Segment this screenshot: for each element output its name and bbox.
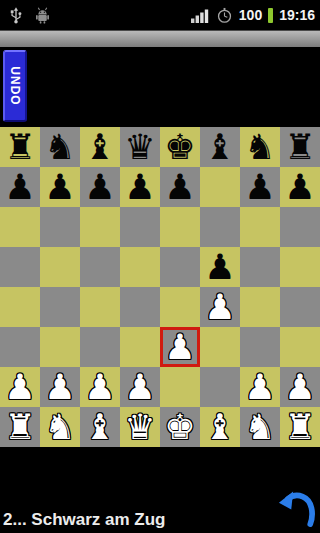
square-e4[interactable] — [160, 287, 200, 327]
piece-black-bishop: ♝ — [204, 130, 235, 165]
square-c1[interactable]: ♝ — [80, 407, 120, 447]
piece-white-pawn: ♟ — [124, 370, 155, 405]
square-b1[interactable]: ♞ — [40, 407, 80, 447]
alarm-clock-icon — [216, 7, 233, 24]
piece-black-rook: ♜ — [4, 130, 35, 165]
square-a8[interactable]: ♜ — [0, 127, 40, 167]
square-a3[interactable] — [0, 327, 40, 367]
square-f5[interactable]: ♟ — [200, 247, 240, 287]
square-e1[interactable]: ♚ — [160, 407, 200, 447]
android-debug-icon — [34, 7, 51, 24]
undo-arrow-head — [279, 491, 293, 509]
square-g2[interactable]: ♟ — [240, 367, 280, 407]
square-h5[interactable] — [280, 247, 320, 287]
square-a1[interactable]: ♜ — [0, 407, 40, 447]
piece-black-rook: ♜ — [284, 130, 315, 165]
piece-black-pawn: ♟ — [244, 170, 275, 205]
piece-white-knight: ♞ — [244, 410, 275, 445]
piece-black-bishop: ♝ — [84, 130, 115, 165]
piece-black-pawn: ♟ — [84, 170, 115, 205]
square-b6[interactable] — [40, 207, 80, 247]
piece-black-knight: ♞ — [244, 130, 275, 165]
square-a5[interactable] — [0, 247, 40, 287]
move-status-text: 2... Schwarz am Zug — [3, 510, 166, 530]
piece-black-king: ♚ — [164, 130, 195, 165]
battery-percent: 100 — [239, 0, 262, 30]
piece-white-pawn: ♟ — [244, 370, 275, 405]
square-c7[interactable]: ♟ — [80, 167, 120, 207]
piece-white-pawn: ♟ — [44, 370, 75, 405]
square-c3[interactable] — [80, 327, 120, 367]
piece-white-rook: ♜ — [4, 410, 35, 445]
chess-board: ♜♞♝♛♚♝♞♜♟♟♟♟♟♟♟♟♟♟♟♟♟♟♟♟♜♞♝♛♚♝♞♜ — [0, 127, 320, 447]
square-e3[interactable]: ♟ — [160, 327, 200, 367]
square-e8[interactable]: ♚ — [160, 127, 200, 167]
square-g4[interactable] — [240, 287, 280, 327]
square-h7[interactable]: ♟ — [280, 167, 320, 207]
square-e5[interactable] — [160, 247, 200, 287]
square-d4[interactable] — [120, 287, 160, 327]
piece-black-pawn: ♟ — [44, 170, 75, 205]
square-g8[interactable]: ♞ — [240, 127, 280, 167]
undo-button[interactable]: UNDO — [3, 50, 27, 122]
square-c4[interactable] — [80, 287, 120, 327]
piece-black-pawn: ♟ — [204, 250, 235, 285]
square-c5[interactable] — [80, 247, 120, 287]
square-b4[interactable] — [40, 287, 80, 327]
piece-white-queen: ♛ — [124, 410, 155, 445]
piece-black-pawn: ♟ — [124, 170, 155, 205]
square-a6[interactable] — [0, 207, 40, 247]
square-d8[interactable]: ♛ — [120, 127, 160, 167]
square-b7[interactable]: ♟ — [40, 167, 80, 207]
square-e6[interactable] — [160, 207, 200, 247]
square-d3[interactable] — [120, 327, 160, 367]
piece-white-pawn: ♟ — [284, 370, 315, 405]
undo-arrow-icon[interactable] — [276, 489, 316, 527]
square-d2[interactable]: ♟ — [120, 367, 160, 407]
square-g7[interactable]: ♟ — [240, 167, 280, 207]
square-a4[interactable] — [0, 287, 40, 327]
square-c2[interactable]: ♟ — [80, 367, 120, 407]
square-f2[interactable] — [200, 367, 240, 407]
piece-white-bishop: ♝ — [204, 410, 235, 445]
square-a2[interactable]: ♟ — [0, 367, 40, 407]
square-f3[interactable] — [200, 327, 240, 367]
square-h3[interactable] — [280, 327, 320, 367]
square-e2[interactable] — [160, 367, 200, 407]
square-h6[interactable] — [280, 207, 320, 247]
piece-white-knight: ♞ — [44, 410, 75, 445]
undo-button-label: UNDO — [8, 66, 22, 105]
piece-white-rook: ♜ — [284, 410, 315, 445]
square-b2[interactable]: ♟ — [40, 367, 80, 407]
signal-strength-icon — [191, 8, 210, 23]
square-h1[interactable]: ♜ — [280, 407, 320, 447]
square-h8[interactable]: ♜ — [280, 127, 320, 167]
square-g3[interactable] — [240, 327, 280, 367]
piece-white-pawn: ♟ — [4, 370, 35, 405]
usb-icon — [9, 6, 23, 25]
square-f8[interactable]: ♝ — [200, 127, 240, 167]
status-bar-right: 100 19:16 — [191, 0, 315, 30]
piece-white-king: ♚ — [164, 410, 195, 445]
square-c8[interactable]: ♝ — [80, 127, 120, 167]
square-h4[interactable] — [280, 287, 320, 327]
square-b5[interactable] — [40, 247, 80, 287]
piece-white-bishop: ♝ — [84, 410, 115, 445]
piece-white-pawn: ♟ — [204, 290, 235, 325]
square-e7[interactable]: ♟ — [160, 167, 200, 207]
square-c6[interactable] — [80, 207, 120, 247]
square-f7[interactable] — [200, 167, 240, 207]
clock-time: 19:16 — [279, 0, 315, 30]
square-f1[interactable]: ♝ — [200, 407, 240, 447]
square-b3[interactable] — [40, 327, 80, 367]
square-g5[interactable] — [240, 247, 280, 287]
piece-black-pawn: ♟ — [164, 170, 195, 205]
piece-white-pawn: ♟ — [164, 330, 195, 365]
piece-black-knight: ♞ — [44, 130, 75, 165]
square-d5[interactable] — [120, 247, 160, 287]
square-b8[interactable]: ♞ — [40, 127, 80, 167]
piece-white-pawn: ♟ — [84, 370, 115, 405]
battery-bar — [268, 8, 273, 23]
square-f4[interactable]: ♟ — [200, 287, 240, 327]
square-g6[interactable] — [240, 207, 280, 247]
piece-black-pawn: ♟ — [284, 170, 315, 205]
app-screen: 100 19:16 UNDO ♜♞♝♛♚♝♞♜♟♟♟♟♟♟♟♟♟♟♟♟♟♟♟♟♜… — [0, 0, 320, 533]
piece-black-pawn: ♟ — [4, 170, 35, 205]
square-g1[interactable]: ♞ — [240, 407, 280, 447]
square-f6[interactable] — [200, 207, 240, 247]
square-d1[interactable]: ♛ — [120, 407, 160, 447]
square-a7[interactable]: ♟ — [0, 167, 40, 207]
status-bar-left — [9, 6, 51, 25]
square-d6[interactable] — [120, 207, 160, 247]
piece-black-queen: ♛ — [124, 130, 155, 165]
square-h2[interactable]: ♟ — [280, 367, 320, 407]
title-bar — [0, 30, 320, 47]
square-d7[interactable]: ♟ — [120, 167, 160, 207]
status-bar: 100 19:16 — [0, 0, 320, 30]
